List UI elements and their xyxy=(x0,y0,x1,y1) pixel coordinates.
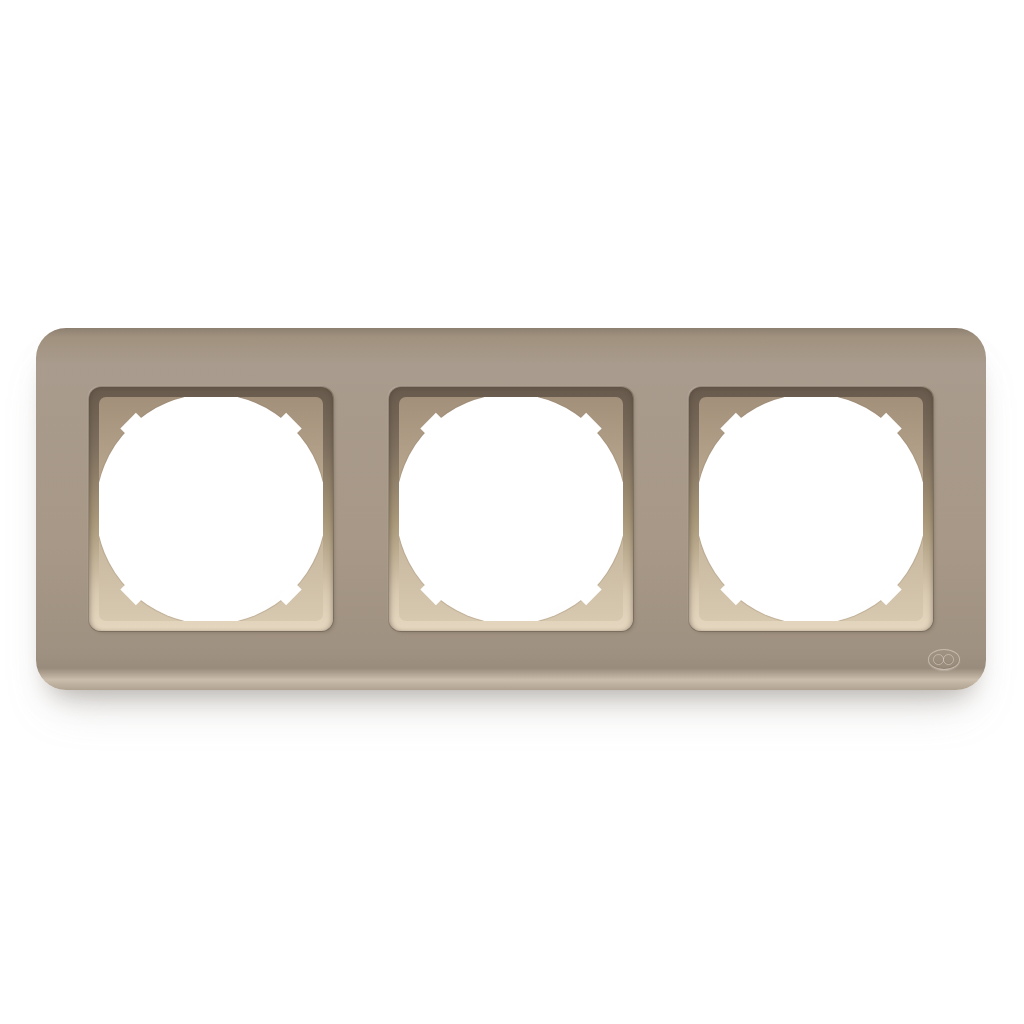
claw-tab-left xyxy=(99,482,112,536)
aperture-1-bevel xyxy=(89,387,333,631)
claw-tab-bottom xyxy=(484,608,538,621)
brand-emboss-logo-icon xyxy=(928,649,960,670)
claw-tab-right xyxy=(610,482,623,536)
claw-tab-top xyxy=(184,397,238,410)
claw-tab-bottom xyxy=(784,608,838,621)
product-photo xyxy=(0,0,1024,1024)
claw-tab-left xyxy=(699,482,712,536)
claw-tab-right xyxy=(310,482,323,536)
aperture-2-recess xyxy=(399,397,623,621)
claw-tab-right xyxy=(910,482,923,536)
claw-tab-left xyxy=(399,482,412,536)
aperture-3-bevel xyxy=(689,387,933,631)
socket-frame-plate xyxy=(36,328,986,690)
claw-tab-bottom xyxy=(184,608,238,621)
aperture-3-recess xyxy=(699,397,923,621)
claw-tab-top xyxy=(484,397,538,410)
aperture-2-bevel xyxy=(389,387,633,631)
aperture-1-recess xyxy=(99,397,323,621)
claw-tab-top xyxy=(784,397,838,410)
logo-ring-right xyxy=(943,654,954,665)
